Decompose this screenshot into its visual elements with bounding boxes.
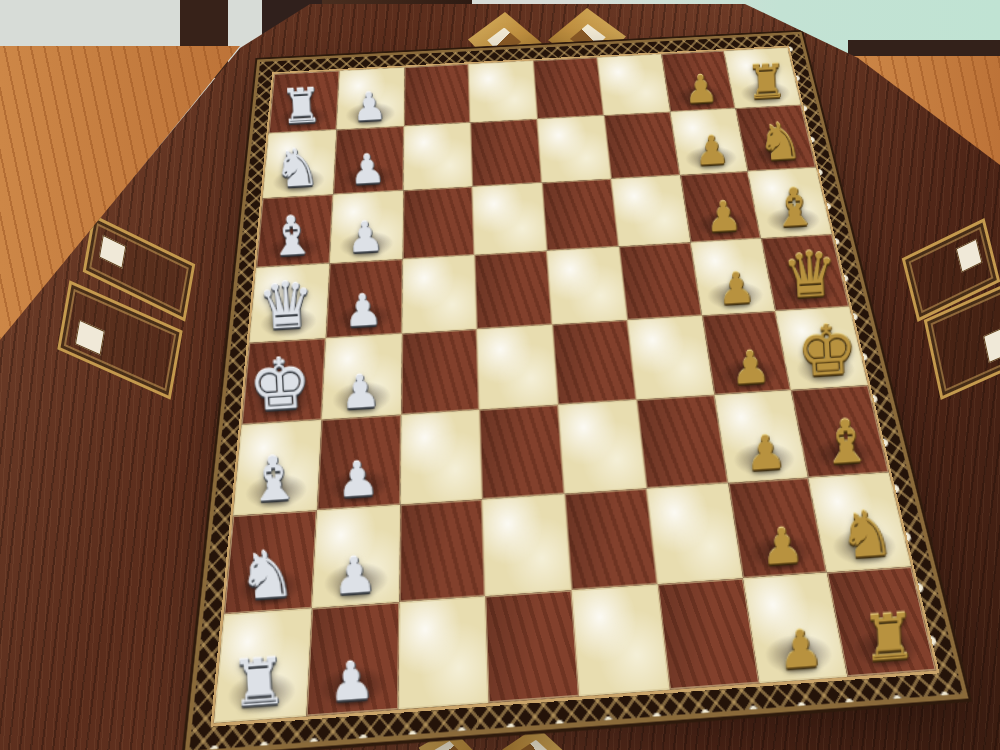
square-f8[interactable]: ♝	[791, 385, 888, 477]
square-d5[interactable]	[547, 246, 627, 324]
square-h1[interactable]: ♜	[214, 608, 312, 723]
gold-bishop[interactable]: ♝	[819, 411, 874, 473]
square-f2[interactable]: ♟	[317, 415, 401, 510]
square-g3[interactable]	[399, 499, 486, 602]
chess-board: ♜♟♟♜♞♟♟♞♝♟♟♝♛♟♟♛♚♟♟♚♝♟♟♝♞♟♟♞♜♟♟♜	[189, 34, 963, 750]
silver-king[interactable]: ♚	[247, 348, 313, 421]
square-h5[interactable]	[572, 584, 670, 696]
gold-bishop[interactable]: ♝	[770, 180, 818, 234]
gold-knight[interactable]: ♞	[837, 501, 896, 567]
silver-bishop[interactable]: ♝	[267, 209, 317, 264]
gold-pawn[interactable]: ♟	[777, 623, 825, 677]
square-g8[interactable]: ♞	[808, 472, 911, 572]
gold-pawn[interactable]: ♟	[684, 70, 719, 109]
gold-pawn[interactable]: ♟	[694, 130, 731, 171]
silver-pawn[interactable]: ♟	[339, 368, 381, 415]
gold-pawn[interactable]: ♟	[760, 521, 805, 572]
square-e6[interactable]	[627, 315, 714, 400]
gold-pawn[interactable]: ♟	[717, 267, 757, 311]
square-c6[interactable]	[611, 175, 690, 247]
square-g5[interactable]	[564, 488, 657, 590]
square-g2[interactable]: ♟	[312, 504, 400, 608]
square-b8[interactable]: ♞	[736, 105, 816, 171]
silver-rook[interactable]: ♜	[229, 650, 289, 717]
gold-pawn[interactable]: ♟	[705, 196, 743, 238]
silver-pawn[interactable]: ♟	[335, 455, 379, 504]
square-c4[interactable]	[472, 182, 546, 254]
gold-pawn[interactable]: ♟	[730, 344, 771, 390]
square-a5[interactable]	[533, 57, 604, 119]
square-f1[interactable]: ♝	[233, 420, 321, 515]
square-b7[interactable]: ♟	[670, 109, 748, 175]
square-f5[interactable]	[558, 400, 646, 493]
square-e4[interactable]	[477, 324, 558, 410]
square-c1[interactable]: ♝	[256, 194, 333, 267]
square-d8[interactable]: ♛	[761, 234, 849, 311]
silver-pawn[interactable]: ♟	[326, 655, 375, 710]
square-f4[interactable]	[480, 405, 565, 499]
silver-pawn[interactable]: ♟	[348, 149, 385, 190]
square-d4[interactable]	[475, 250, 553, 329]
square-b5[interactable]	[537, 116, 611, 183]
square-h2[interactable]: ♟	[306, 602, 399, 716]
gold-rook[interactable]: ♜	[861, 606, 919, 672]
gold-king[interactable]: ♚	[795, 315, 859, 387]
silver-rook[interactable]: ♜	[279, 82, 323, 130]
silver-queen[interactable]: ♛	[256, 273, 316, 339]
gold-queen[interactable]: ♛	[781, 242, 839, 307]
square-b6[interactable]	[604, 112, 680, 178]
silver-pawn[interactable]: ♟	[331, 550, 378, 602]
square-a4[interactable]	[469, 61, 538, 123]
square-d6[interactable]	[619, 242, 702, 320]
square-c5[interactable]	[542, 178, 619, 250]
square-c3[interactable]	[402, 186, 474, 259]
scene-room: { "game": { "name": "chess", "descriptio…	[0, 0, 1000, 750]
square-c2[interactable]: ♟	[329, 190, 403, 263]
square-a8[interactable]: ♜	[724, 48, 801, 109]
square-e2[interactable]: ♟	[321, 334, 401, 420]
gold-rook[interactable]: ♜	[745, 58, 788, 106]
square-b3[interactable]	[403, 123, 473, 190]
square-e5[interactable]	[552, 320, 636, 405]
square-a3[interactable]	[403, 64, 470, 126]
square-d3[interactable]	[401, 255, 477, 334]
gold-knight[interactable]: ♞	[756, 115, 804, 168]
silver-knight[interactable]: ♞	[236, 541, 297, 609]
silver-pawn[interactable]: ♟	[342, 289, 383, 334]
square-a7[interactable]: ♟	[661, 51, 736, 112]
board-perspective-wrap: ♜♟♟♜♞♟♟♞♝♟♟♝♛♟♟♛♚♟♟♚♝♟♟♝♞♟♟♞♜♟♟♜	[189, 34, 963, 750]
square-c8[interactable]: ♝	[748, 167, 832, 238]
square-g4[interactable]	[482, 493, 571, 596]
square-b2[interactable]: ♟	[333, 126, 404, 194]
square-a6[interactable]	[597, 54, 670, 116]
square-g1[interactable]: ♞	[224, 510, 317, 614]
square-h6[interactable]	[657, 578, 759, 690]
square-e1[interactable]: ♚	[241, 338, 325, 425]
square-f6[interactable]	[636, 395, 727, 488]
square-c7[interactable]: ♟	[679, 171, 761, 242]
chess-board-grid: ♜♟♟♜♞♟♟♞♝♟♟♝♛♟♟♛♚♟♟♚♝♟♟♝♞♟♟♞♜♟♟♜	[214, 48, 936, 723]
silver-pawn[interactable]: ♟	[351, 87, 387, 127]
square-e8[interactable]: ♚	[776, 306, 869, 390]
silver-pawn[interactable]: ♟	[345, 216, 384, 259]
square-h4[interactable]	[485, 590, 579, 703]
square-a2[interactable]: ♟	[336, 67, 404, 130]
square-b1[interactable]: ♞	[263, 130, 337, 198]
gold-pawn[interactable]: ♟	[744, 429, 787, 478]
square-d2[interactable]: ♟	[325, 259, 402, 338]
square-d1[interactable]: ♛	[249, 263, 329, 343]
square-b4[interactable]	[470, 119, 541, 186]
square-a1[interactable]: ♜	[269, 71, 340, 134]
silver-knight[interactable]: ♞	[272, 141, 321, 195]
silver-bishop[interactable]: ♝	[245, 447, 302, 510]
square-g6[interactable]	[646, 482, 742, 583]
square-e3[interactable]	[401, 329, 480, 415]
square-h3[interactable]	[398, 596, 489, 710]
square-f3[interactable]	[400, 410, 483, 504]
